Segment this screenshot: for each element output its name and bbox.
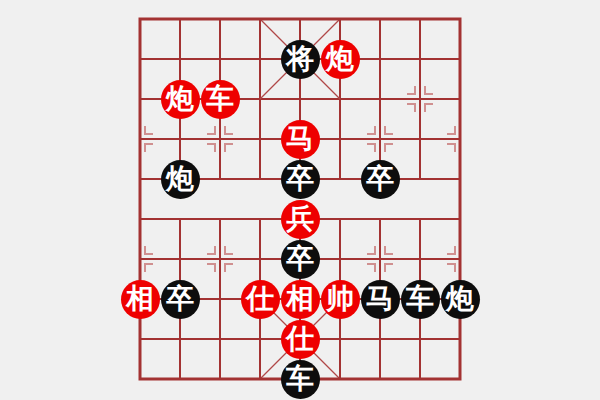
- board-point-d2: 仕: [240, 279, 280, 319]
- board-point-g5: 卒: [360, 159, 400, 199]
- board-point-b7: 炮: [160, 79, 200, 119]
- piece-red-advisor[interactable]: 仕: [281, 320, 320, 359]
- piece-red-chariot[interactable]: 车: [201, 80, 240, 119]
- piece-black-cannon[interactable]: 炮: [161, 160, 200, 199]
- board-point-e0: 车: [280, 359, 320, 399]
- board-point-e3: 卒: [280, 239, 320, 279]
- piece-red-general[interactable]: 帅: [321, 280, 360, 319]
- board-point-f2: 帅: [320, 279, 360, 319]
- piece-red-cannon[interactable]: 炮: [161, 80, 200, 119]
- board-point-e2: 相: [280, 279, 320, 319]
- piece-black-soldier[interactable]: 卒: [361, 160, 400, 199]
- board-point-g2: 马: [360, 279, 400, 319]
- board-point-e1: 仕: [280, 319, 320, 359]
- piece-red-soldier[interactable]: 兵: [281, 200, 320, 239]
- piece-black-chariot[interactable]: 车: [281, 360, 320, 399]
- board-point-e5: 卒: [280, 159, 320, 199]
- xiangqi-diagram: 将炮炮车马炮卒卒兵卒相卒仕相帅马车炮仕车: [0, 0, 600, 400]
- pieces-layer: 将炮炮车马炮卒卒兵卒相卒仕相帅马车炮仕车: [120, 0, 480, 399]
- board-point-c7: 车: [200, 79, 240, 119]
- board-point-a2: 相: [120, 279, 160, 319]
- piece-red-elephant[interactable]: 相: [121, 280, 160, 319]
- piece-black-chariot[interactable]: 车: [401, 280, 440, 319]
- piece-red-horse[interactable]: 马: [281, 120, 320, 159]
- board-point-b5: 炮: [160, 159, 200, 199]
- piece-red-elephant[interactable]: 相: [281, 280, 320, 319]
- board-point-e8: 将: [280, 39, 320, 79]
- board-point-e6: 马: [280, 119, 320, 159]
- piece-black-cannon[interactable]: 炮: [441, 280, 480, 319]
- piece-black-soldier[interactable]: 卒: [281, 160, 320, 199]
- piece-black-soldier[interactable]: 卒: [281, 240, 320, 279]
- piece-black-general[interactable]: 将: [281, 40, 320, 79]
- piece-red-advisor[interactable]: 仕: [241, 280, 280, 319]
- board-point-h2: 车: [400, 279, 440, 319]
- board-point-b2: 卒: [160, 279, 200, 319]
- piece-black-soldier[interactable]: 卒: [161, 280, 200, 319]
- board-point-f8: 炮: [320, 39, 360, 79]
- piece-black-horse[interactable]: 马: [361, 280, 400, 319]
- board-point-i2: 炮: [440, 279, 480, 319]
- board-point-e4: 兵: [280, 199, 320, 239]
- piece-red-cannon[interactable]: 炮: [321, 40, 360, 79]
